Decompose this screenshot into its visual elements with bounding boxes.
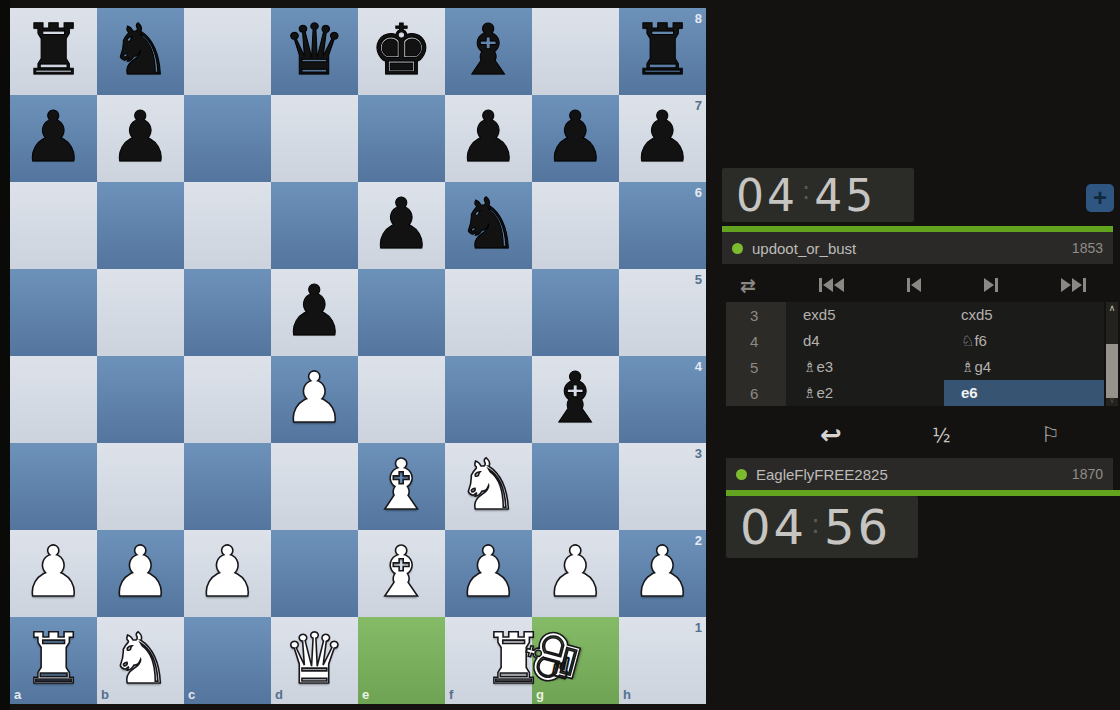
white-pawn[interactable]: ♟ xyxy=(532,530,619,617)
rank-label-5: 5 xyxy=(695,272,702,287)
scrollbar-thumb[interactable] xyxy=(1106,344,1118,398)
go-previous-icon[interactable] xyxy=(907,275,921,295)
square-c7[interactable] xyxy=(184,95,271,182)
white-knight[interactable]: ♞ xyxy=(97,617,184,704)
square-g4[interactable]: ♝ xyxy=(532,356,619,443)
left-edge-strip xyxy=(0,0,10,710)
takeback-icon[interactable]: ↩ xyxy=(820,420,842,450)
opponent-name[interactable]: updoot_or_bust xyxy=(752,240,856,257)
white-bishop[interactable]: ♝ xyxy=(358,530,445,617)
square-a7[interactable]: ♟ xyxy=(10,95,97,182)
square-g7[interactable]: ♟ xyxy=(532,95,619,182)
opponent-rating: 1853 xyxy=(1072,240,1103,256)
move-white-3[interactable]: exd5 xyxy=(786,302,944,328)
white-bishop[interactable]: ♝ xyxy=(358,443,445,530)
square-a6[interactable] xyxy=(10,182,97,269)
clock-seconds: 56 xyxy=(824,499,891,555)
move-row: 6♗e2e6 xyxy=(726,380,1104,406)
rank-label-2: 2 xyxy=(695,533,702,548)
square-e5[interactable] xyxy=(358,269,445,356)
opponent-clock: 04 : 45 xyxy=(722,168,914,222)
square-e2[interactable]: ♝ xyxy=(358,530,445,617)
player-rating: 1870 xyxy=(1072,466,1103,482)
rank-label-4: 4 xyxy=(695,359,702,374)
black-pawn[interactable]: ♟ xyxy=(10,95,97,182)
online-dot-icon xyxy=(732,243,743,254)
square-a8[interactable]: ♜ xyxy=(10,8,97,95)
black-pawn[interactable]: ♟ xyxy=(532,95,619,182)
square-b1[interactable]: b♞ xyxy=(97,617,184,704)
file-label-h: h xyxy=(623,687,631,702)
move-list-scrollbar[interactable]: ∧ ∨ xyxy=(1106,302,1118,406)
square-a3[interactable] xyxy=(10,443,97,530)
square-c6[interactable] xyxy=(184,182,271,269)
white-pawn[interactable]: ♟ xyxy=(445,530,532,617)
square-a4[interactable] xyxy=(10,356,97,443)
white-knight[interactable]: ♞ xyxy=(445,443,532,530)
black-pawn[interactable]: ♟ xyxy=(619,95,706,182)
move-black-4[interactable]: ♘f6 xyxy=(944,328,1104,354)
square-b5[interactable] xyxy=(97,269,184,356)
file-label-d: d xyxy=(275,687,283,702)
cycle-icon[interactable]: ⇄ xyxy=(740,275,756,295)
square-h3[interactable]: 3 xyxy=(619,443,706,530)
square-h2[interactable]: 2♟ xyxy=(619,530,706,617)
file-label-f: f xyxy=(449,687,453,702)
clock-colon: : xyxy=(811,508,820,539)
square-g3[interactable] xyxy=(532,443,619,530)
rank-label-1: 1 xyxy=(695,620,702,635)
online-dot-icon xyxy=(736,469,747,480)
square-c3[interactable] xyxy=(184,443,271,530)
square-g2[interactable]: ♟ xyxy=(532,530,619,617)
black-queen[interactable]: ♛ xyxy=(271,8,358,95)
square-b8[interactable]: ♞ xyxy=(97,8,184,95)
go-last-icon[interactable] xyxy=(1061,275,1086,295)
go-first-icon[interactable] xyxy=(819,275,844,295)
resign-flag-icon[interactable]: ⚐ xyxy=(1041,423,1060,447)
game-screen: ♜♞♛♚♝8♜♟♟♟♟7♟♟♞6♟5♟♝4♝♞3♟♟♟♝♟♟2♟a♜b♞cd♛e… xyxy=(0,0,1120,710)
square-e7[interactable] xyxy=(358,95,445,182)
square-b3[interactable] xyxy=(97,443,184,530)
square-d7[interactable] xyxy=(271,95,358,182)
move-number: 4 xyxy=(726,333,786,350)
go-next-icon[interactable] xyxy=(984,275,998,295)
square-c2[interactable]: ♟ xyxy=(184,530,271,617)
square-a2[interactable]: ♟ xyxy=(10,530,97,617)
move-nav-toolbar: ⇄ xyxy=(722,268,1104,302)
rank-label-7: 7 xyxy=(695,98,702,113)
clock-minutes: 04 xyxy=(736,170,798,221)
scroll-down-icon[interactable]: ∨ xyxy=(1106,395,1118,405)
offer-draw-button[interactable]: ½ xyxy=(932,424,950,446)
square-d5[interactable]: ♟ xyxy=(271,269,358,356)
rank-label-8: 8 xyxy=(695,11,702,26)
move-row: 3exd5cxd5 xyxy=(726,302,1104,328)
square-f3[interactable]: ♞ xyxy=(445,443,532,530)
black-pawn[interactable]: ♟ xyxy=(271,269,358,356)
move-black-3[interactable]: cxd5 xyxy=(944,302,1104,328)
square-a1[interactable]: a♜ xyxy=(10,617,97,704)
clock-minutes: 04 xyxy=(740,499,807,555)
clock-colon: : xyxy=(802,177,810,205)
square-e8[interactable]: ♚ xyxy=(358,8,445,95)
square-d2[interactable] xyxy=(271,530,358,617)
move-white-5[interactable]: ♗e3 xyxy=(786,354,944,380)
black-bishop[interactable]: ♝ xyxy=(532,356,619,443)
game-actions: ↩ ½ ⚐ xyxy=(820,418,1060,452)
square-g1[interactable]: g♚ xyxy=(532,617,619,704)
square-f7[interactable]: ♟ xyxy=(445,95,532,182)
white-pawn[interactable]: ♟ xyxy=(184,530,271,617)
square-b4[interactable] xyxy=(97,356,184,443)
scroll-up-icon[interactable]: ∧ xyxy=(1106,303,1118,313)
square-e1[interactable]: e xyxy=(358,617,445,704)
give-more-time-button[interactable]: + xyxy=(1086,184,1114,212)
square-d4[interactable]: ♟ xyxy=(271,356,358,443)
square-g6[interactable] xyxy=(532,182,619,269)
white-pawn[interactable]: ♟ xyxy=(619,530,706,617)
white-queen[interactable]: ♛ xyxy=(271,617,358,704)
move-white-6[interactable]: ♗e2 xyxy=(786,380,944,406)
square-f5[interactable] xyxy=(445,269,532,356)
move-row: 4d4♘f6 xyxy=(726,328,1104,354)
player-name[interactable]: EagleFlyFREE2825 xyxy=(756,466,888,483)
square-h6[interactable]: 6 xyxy=(619,182,706,269)
move-number: 6 xyxy=(726,385,786,402)
square-b6[interactable] xyxy=(97,182,184,269)
black-knight[interactable]: ♞ xyxy=(97,8,184,95)
square-g5[interactable] xyxy=(532,269,619,356)
black-pawn[interactable]: ♟ xyxy=(445,95,532,182)
square-d3[interactable] xyxy=(271,443,358,530)
rank-label-3: 3 xyxy=(695,446,702,461)
black-rook[interactable]: ♜ xyxy=(10,8,97,95)
square-f4[interactable] xyxy=(445,356,532,443)
move-row: 5♗e3♗g4 xyxy=(726,354,1104,380)
square-e4[interactable] xyxy=(358,356,445,443)
square-c5[interactable] xyxy=(184,269,271,356)
file-label-a: a xyxy=(14,687,21,702)
move-number: 5 xyxy=(726,359,786,376)
square-e3[interactable]: ♝ xyxy=(358,443,445,530)
square-h7[interactable]: 7♟ xyxy=(619,95,706,182)
square-e6[interactable]: ♟ xyxy=(358,182,445,269)
black-rook[interactable]: ♜ xyxy=(619,8,706,95)
file-label-g: g xyxy=(536,687,544,702)
square-d1[interactable]: d♛ xyxy=(271,617,358,704)
move-white-4[interactable]: d4 xyxy=(786,328,944,354)
rank-label-6: 6 xyxy=(695,185,702,200)
square-h5[interactable]: 5 xyxy=(619,269,706,356)
chess-board: ♜♞♛♚♝8♜♟♟♟♟7♟♟♞6♟5♟♝4♝♞3♟♟♟♝♟♟2♟a♜b♞cd♛e… xyxy=(10,8,706,704)
square-f6[interactable]: ♞ xyxy=(445,182,532,269)
square-d6[interactable] xyxy=(271,182,358,269)
move-number: 3 xyxy=(726,307,786,324)
square-d8[interactable]: ♛ xyxy=(271,8,358,95)
square-c4[interactable] xyxy=(184,356,271,443)
opponent-player-row: updoot_or_bust 1853 xyxy=(722,232,1113,264)
square-c8[interactable] xyxy=(184,8,271,95)
square-g8[interactable] xyxy=(532,8,619,95)
white-rook[interactable]: ♜ xyxy=(10,617,97,704)
square-f2[interactable]: ♟ xyxy=(445,530,532,617)
black-knight[interactable]: ♞ xyxy=(445,182,532,269)
file-label-e: e xyxy=(362,687,369,702)
move-black-5[interactable]: ♗g4 xyxy=(944,354,1104,380)
file-label-c: c xyxy=(188,687,195,702)
player-clock: 04 : 56 xyxy=(726,496,918,558)
square-h4[interactable]: 4 xyxy=(619,356,706,443)
move-black-6[interactable]: e6 xyxy=(944,380,1104,406)
square-b7[interactable]: ♟ xyxy=(97,95,184,182)
white-pawn[interactable]: ♟ xyxy=(10,530,97,617)
white-pawn[interactable]: ♟ xyxy=(271,356,358,443)
clock-seconds: 45 xyxy=(814,170,876,221)
file-label-b: b xyxy=(101,687,109,702)
square-h8[interactable]: 8♜ xyxy=(619,8,706,95)
square-a5[interactable] xyxy=(10,269,97,356)
square-c1[interactable]: c xyxy=(184,617,271,704)
black-bishop[interactable]: ♝ xyxy=(445,8,532,95)
square-h1[interactable]: 1h xyxy=(619,617,706,704)
white-pawn[interactable]: ♟ xyxy=(97,530,184,617)
black-king[interactable]: ♚ xyxy=(358,8,445,95)
move-list: 3exd5cxd54d4♘f65♗e3♗g46♗e2e6 xyxy=(726,302,1104,406)
black-pawn[interactable]: ♟ xyxy=(358,182,445,269)
black-pawn[interactable]: ♟ xyxy=(97,95,184,182)
player-row: EagleFlyFREE2825 1870 xyxy=(726,458,1113,490)
square-f8[interactable]: ♝ xyxy=(445,8,532,95)
square-b2[interactable]: ♟ xyxy=(97,530,184,617)
